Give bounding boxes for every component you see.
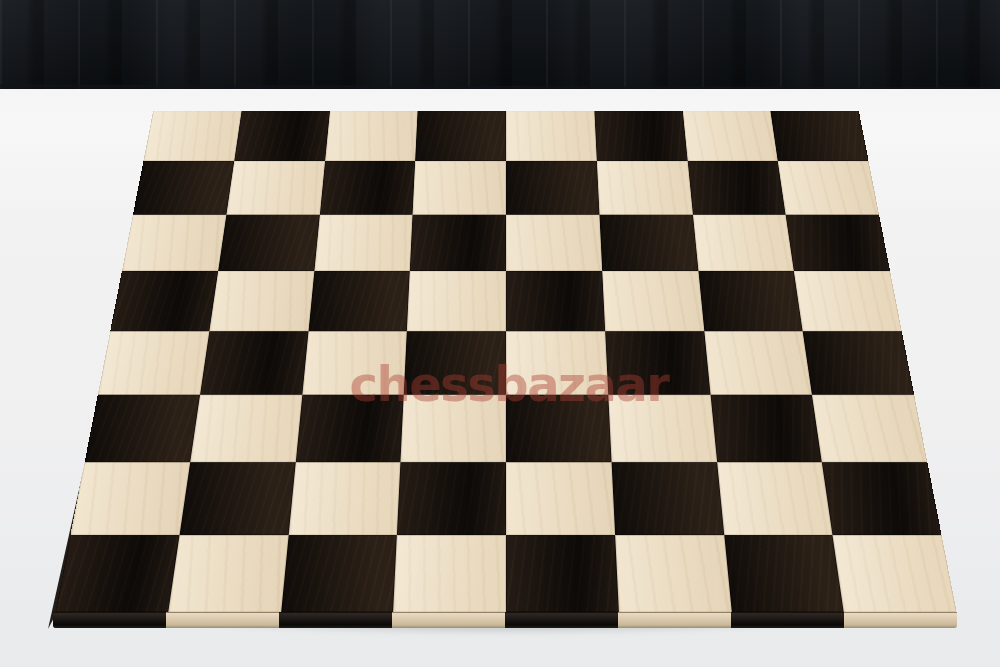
square-c7 bbox=[319, 161, 415, 214]
square-g7 bbox=[687, 161, 785, 214]
square-f6 bbox=[599, 215, 698, 271]
square-c3 bbox=[295, 395, 404, 463]
square-h8 bbox=[771, 111, 869, 161]
square-g5 bbox=[698, 271, 803, 331]
square-f5 bbox=[602, 271, 704, 331]
square-h1 bbox=[833, 535, 957, 612]
square-b8 bbox=[234, 111, 330, 161]
square-h5 bbox=[794, 271, 902, 331]
square-e8 bbox=[506, 111, 597, 161]
square-d5 bbox=[407, 271, 506, 331]
board-edge-segment-b1 bbox=[166, 612, 279, 628]
square-g4 bbox=[704, 331, 812, 395]
square-c6 bbox=[314, 215, 413, 271]
square-h6 bbox=[786, 215, 890, 271]
board-edge-segment-a1 bbox=[53, 612, 166, 628]
board-edge-segment-e1 bbox=[505, 612, 618, 628]
square-b4 bbox=[200, 331, 308, 395]
square-d8 bbox=[415, 111, 506, 161]
square-e2 bbox=[506, 462, 615, 534]
square-a4 bbox=[98, 331, 209, 395]
square-b2 bbox=[179, 462, 295, 534]
chess-board: CHESSBAZAAR® bbox=[0, 0, 1000, 667]
square-g6 bbox=[693, 215, 795, 271]
square-h3 bbox=[812, 395, 927, 463]
square-b6 bbox=[218, 215, 320, 271]
square-e1 bbox=[506, 535, 619, 612]
square-f8 bbox=[594, 111, 687, 161]
square-a3 bbox=[85, 395, 200, 463]
square-e3 bbox=[506, 395, 611, 463]
square-f2 bbox=[611, 462, 723, 534]
square-c4 bbox=[302, 331, 407, 395]
square-d1 bbox=[393, 535, 506, 612]
square-a7 bbox=[133, 161, 234, 214]
square-e5 bbox=[506, 271, 605, 331]
square-e4 bbox=[506, 331, 608, 395]
square-b1 bbox=[168, 535, 288, 612]
square-c1 bbox=[281, 535, 397, 612]
square-g2 bbox=[717, 462, 833, 534]
board-edge-segment-h1 bbox=[844, 612, 957, 628]
square-g1 bbox=[724, 535, 844, 612]
board-edge-segment-g1 bbox=[731, 612, 844, 628]
square-d4 bbox=[404, 331, 506, 395]
square-h7 bbox=[778, 161, 879, 214]
square-c2 bbox=[288, 462, 400, 534]
square-d6 bbox=[410, 215, 506, 271]
square-f1 bbox=[615, 535, 731, 612]
square-a5 bbox=[110, 271, 218, 331]
square-e7 bbox=[506, 161, 599, 214]
square-a6 bbox=[122, 215, 226, 271]
square-h4 bbox=[803, 331, 914, 395]
square-g8 bbox=[682, 111, 778, 161]
board-front-edge bbox=[53, 612, 957, 628]
square-f7 bbox=[597, 161, 693, 214]
square-g3 bbox=[710, 395, 822, 463]
board-edge-segment-c1 bbox=[279, 612, 392, 628]
square-f3 bbox=[608, 395, 717, 463]
square-b5 bbox=[209, 271, 314, 331]
square-a2 bbox=[70, 462, 189, 534]
scene: CHESSBAZAAR® chessbazaar bbox=[0, 0, 1000, 667]
square-f4 bbox=[605, 331, 710, 395]
square-a1 bbox=[55, 535, 179, 612]
square-d2 bbox=[397, 462, 506, 534]
square-e6 bbox=[506, 215, 602, 271]
square-c5 bbox=[308, 271, 410, 331]
board-edge-segment-f1 bbox=[618, 612, 731, 628]
square-a8 bbox=[143, 111, 241, 161]
square-d7 bbox=[413, 161, 506, 214]
board-top-surface: CHESSBAZAAR® bbox=[55, 111, 957, 614]
square-b7 bbox=[226, 161, 324, 214]
square-c8 bbox=[325, 111, 418, 161]
board-edge-segment-d1 bbox=[392, 612, 505, 628]
square-b3 bbox=[190, 395, 302, 463]
square-h2 bbox=[822, 462, 941, 534]
square-d3 bbox=[401, 395, 506, 463]
